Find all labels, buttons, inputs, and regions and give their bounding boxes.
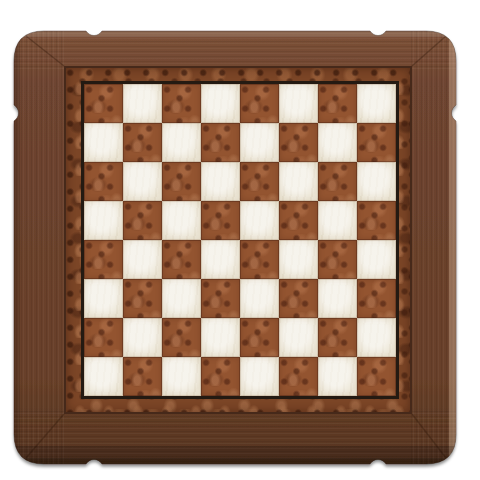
- square-g8[interactable]: [318, 84, 357, 123]
- square-b8[interactable]: [123, 84, 162, 123]
- square-b7[interactable]: [123, 123, 162, 162]
- square-g6[interactable]: [318, 162, 357, 201]
- square-h7[interactable]: [357, 123, 396, 162]
- square-f1[interactable]: [279, 357, 318, 396]
- square-h8[interactable]: [357, 84, 396, 123]
- square-b1[interactable]: [123, 357, 162, 396]
- square-f2[interactable]: [279, 318, 318, 357]
- square-g1[interactable]: [318, 357, 357, 396]
- square-e7[interactable]: [240, 123, 279, 162]
- square-d8[interactable]: [201, 84, 240, 123]
- square-h1[interactable]: [357, 357, 396, 396]
- square-e5[interactable]: [240, 201, 279, 240]
- square-f4[interactable]: [279, 240, 318, 279]
- square-h6[interactable]: [357, 162, 396, 201]
- square-c8[interactable]: [162, 84, 201, 123]
- square-d7[interactable]: [201, 123, 240, 162]
- square-b3[interactable]: [123, 279, 162, 318]
- square-h2[interactable]: [357, 318, 396, 357]
- square-a5[interactable]: [84, 201, 123, 240]
- square-g7[interactable]: [318, 123, 357, 162]
- right-edge-highlight: [449, 31, 458, 464]
- square-a8[interactable]: [84, 84, 123, 123]
- square-c5[interactable]: [162, 201, 201, 240]
- square-c7[interactable]: [162, 123, 201, 162]
- square-b6[interactable]: [123, 162, 162, 201]
- square-c6[interactable]: [162, 162, 201, 201]
- square-a7[interactable]: [84, 123, 123, 162]
- square-e2[interactable]: [240, 318, 279, 357]
- square-d3[interactable]: [201, 279, 240, 318]
- square-e4[interactable]: [240, 240, 279, 279]
- square-d1[interactable]: [201, 357, 240, 396]
- chess-board: [81, 81, 399, 399]
- square-e1[interactable]: [240, 357, 279, 396]
- square-d6[interactable]: [201, 162, 240, 201]
- square-c4[interactable]: [162, 240, 201, 279]
- square-c2[interactable]: [162, 318, 201, 357]
- square-h4[interactable]: [357, 240, 396, 279]
- square-f3[interactable]: [279, 279, 318, 318]
- square-g3[interactable]: [318, 279, 357, 318]
- square-a2[interactable]: [84, 318, 123, 357]
- square-b5[interactable]: [123, 201, 162, 240]
- square-g2[interactable]: [318, 318, 357, 357]
- square-b2[interactable]: [123, 318, 162, 357]
- square-f8[interactable]: [279, 84, 318, 123]
- square-f5[interactable]: [279, 201, 318, 240]
- square-g4[interactable]: [318, 240, 357, 279]
- square-h3[interactable]: [357, 279, 396, 318]
- square-c3[interactable]: [162, 279, 201, 318]
- top-edge-highlight: [14, 31, 458, 37]
- square-f7[interactable]: [279, 123, 318, 162]
- square-e3[interactable]: [240, 279, 279, 318]
- square-b4[interactable]: [123, 240, 162, 279]
- frame-rail-left: [14, 31, 66, 464]
- square-g5[interactable]: [318, 201, 357, 240]
- square-d2[interactable]: [201, 318, 240, 357]
- square-a3[interactable]: [84, 279, 123, 318]
- left-edge-shade: [14, 31, 20, 464]
- square-c1[interactable]: [162, 357, 201, 396]
- square-d5[interactable]: [201, 201, 240, 240]
- square-h5[interactable]: [357, 201, 396, 240]
- square-d4[interactable]: [201, 240, 240, 279]
- square-e6[interactable]: [240, 162, 279, 201]
- square-a1[interactable]: [84, 357, 123, 396]
- square-a6[interactable]: [84, 162, 123, 201]
- square-a4[interactable]: [84, 240, 123, 279]
- square-e8[interactable]: [240, 84, 279, 123]
- chess-table: [0, 0, 480, 480]
- bottom-edge-rim: [14, 458, 458, 464]
- square-f6[interactable]: [279, 162, 318, 201]
